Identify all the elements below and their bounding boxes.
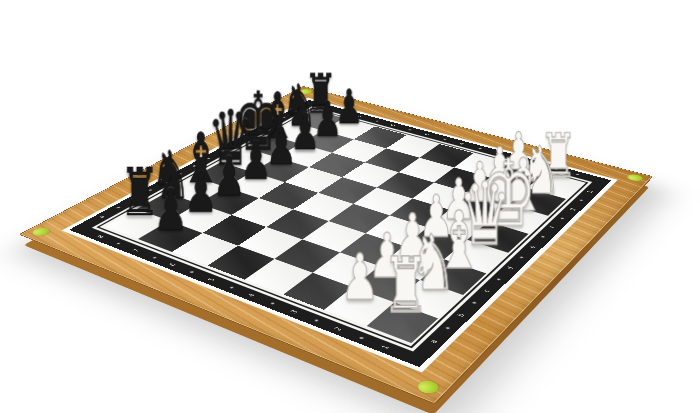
border-separator-icon: ◆ (445, 326, 452, 330)
border-label: d (506, 266, 515, 270)
board-sheet: a◆b◆c◆d◆e◆f◆g◆h a◆b◆c◆d◆e◆f◆g◆h 8◆7◆6◆5◆… (62, 98, 618, 373)
border-label: 5 (424, 133, 431, 136)
corner-dot (29, 227, 52, 238)
border-separator-icon: ◆ (116, 242, 122, 245)
border-separator-icon: ◆ (541, 236, 547, 239)
border-separator-icon: ◆ (408, 129, 413, 131)
border-pinstripe-line: ♜♞♝♛♚♝♞♜♟♟♟♟♟♟♟♟♟♟♟♟♟♟♟♟♜♞♝♛♚♝♞♜ (96, 108, 588, 348)
corner-dot (414, 379, 441, 396)
border-label: 6 (169, 263, 178, 267)
border-label: f (550, 226, 558, 229)
border-label: b (457, 313, 467, 318)
border-pinstripe-outer: ♜♞♝♛♚♝♞♜♟♟♟♟♟♟♟♟♟♟♟♟♟♟♟♟♜♞♝♛♚♝♞♜ (92, 107, 593, 352)
border-separator-icon: ◆ (560, 217, 566, 220)
border-label: 2 (334, 327, 344, 332)
border-label: e (529, 245, 538, 249)
border-label: 4 (459, 143, 466, 146)
piece-white-rook[interactable]: ♜ (382, 248, 424, 325)
studio-photo-background: a◆b◆c◆d◆e◆f◆g◆h a◆b◆c◆d◆e◆f◆g◆h 8◆7◆6◆5◆… (0, 0, 700, 413)
chess-board: a◆b◆c◆d◆e◆f◆g◆h a◆b◆c◆d◆e◆f◆g◆h 8◆7◆6◆5◆… (19, 86, 654, 405)
piece-white-pawn[interactable]: ♟ (339, 245, 380, 309)
border-separator-icon: ◆ (229, 286, 236, 289)
border-separator-icon: ◆ (496, 278, 502, 281)
border-separator-icon: ◆ (359, 336, 366, 340)
border-separator-icon: ◆ (152, 256, 158, 259)
border-separator-icon: ◆ (270, 302, 277, 305)
border-label: 6 (390, 124, 397, 127)
border-label: 4 (248, 293, 258, 298)
border-label: a (429, 339, 439, 344)
border-separator-icon: ◆ (375, 120, 380, 122)
piece-black-pawn[interactable]: ♟ (152, 181, 188, 238)
border-label: c (483, 289, 492, 293)
border-separator-icon: ◆ (189, 271, 195, 274)
border-label: g (568, 208, 576, 212)
border-separator-icon: ◆ (472, 301, 479, 304)
border-separator-icon: ◆ (313, 319, 320, 323)
border-label: 7 (132, 248, 141, 252)
border-separator-icon: ◆ (579, 199, 585, 201)
square-h5[interactable] (386, 135, 439, 158)
border-pinstripe-inner: ♜♞♝♛♚♝♞♜♟♟♟♟♟♟♟♟♟♟♟♟♟♟♟♟♜♞♝♛♚♝♞♜ (99, 109, 586, 346)
border-label: a (98, 215, 106, 219)
border-label: h (587, 190, 595, 193)
corner-dot (626, 173, 645, 182)
border-label: 8 (97, 235, 106, 239)
border-separator-icon: ◆ (443, 138, 448, 140)
border-label: 1 (381, 345, 391, 351)
piece-black-rook[interactable]: ♜ (119, 160, 155, 226)
board-grid: ♜♞♝♛♚♝♞♜♟♟♟♟♟♟♟♟♟♟♟♟♟♟♟♟♜♞♝♛♚♝♞♜ (105, 110, 583, 343)
coordinate-border: a◆b◆c◆d◆e◆f◆g◆h a◆b◆c◆d◆e◆f◆g◆h 8◆7◆6◆5◆… (69, 100, 611, 367)
border-label: 3 (290, 310, 300, 315)
border-separator-icon: ◆ (519, 256, 525, 259)
border-label: 5 (207, 278, 216, 283)
